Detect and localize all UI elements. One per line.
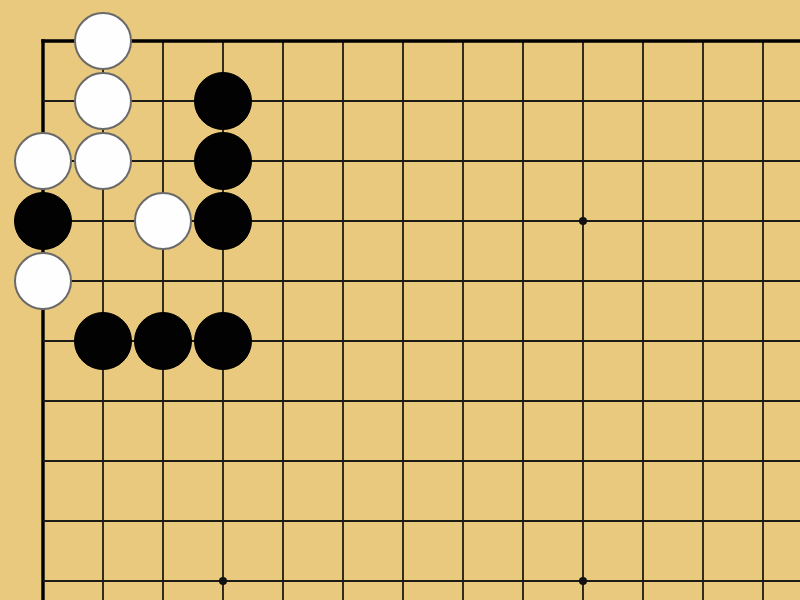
go-board[interactable]: ○○●○○●●○●○●●● [0,0,800,600]
black-stone-D18: ● [194,72,252,130]
white-stone-A15: ○ [14,252,72,310]
black-stone-C14: ● [134,312,192,370]
black-stone-B14: ● [74,312,132,370]
white-stone-B18: ○ [74,72,132,130]
white-stone-B19: ○ [74,12,132,70]
white-stone-A17: ○ [14,132,72,190]
stone-layer: ○○●○○●●○●○●●● [13,11,793,600]
white-stone-B17: ○ [74,132,132,190]
black-stone-A16: ● [14,192,72,250]
white-stone-C16: ○ [134,192,192,250]
black-stone-D14: ● [194,312,252,370]
screen: { "game": "go", "board": { "type": "goba… [0,0,800,600]
black-stone-D16: ● [194,192,252,250]
black-stone-D17: ● [194,132,252,190]
